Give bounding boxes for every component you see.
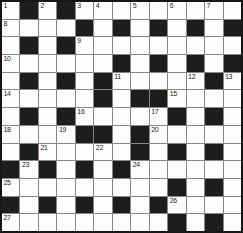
grid-cell[interactable] (113, 37, 130, 54)
clue-number: 17 (151, 108, 158, 116)
grid-cell[interactable] (150, 144, 167, 161)
black-square (94, 126, 111, 143)
grid-cell[interactable] (224, 2, 241, 19)
black-square (150, 90, 167, 107)
grid-cell[interactable] (224, 90, 241, 107)
clue-number: 26 (170, 197, 177, 205)
black-square (20, 2, 37, 19)
grid-cell[interactable]: 8 (2, 20, 19, 37)
grid-cell[interactable] (113, 108, 130, 125)
grid-cell[interactable] (2, 37, 19, 54)
clue-number: 1 (4, 2, 8, 10)
grid-cell[interactable] (39, 20, 56, 37)
clue-number: 3 (77, 2, 81, 10)
grid-cell[interactable] (76, 55, 93, 72)
grid-cell[interactable] (131, 73, 148, 90)
clue-number: 6 (170, 2, 174, 10)
clue-number: 7 (207, 2, 211, 10)
grid-cell[interactable]: 18 (2, 126, 19, 143)
black-square (113, 161, 130, 178)
grid-cell[interactable] (150, 73, 167, 90)
grid-cell[interactable] (131, 37, 148, 54)
black-square (57, 2, 74, 19)
black-square (187, 55, 204, 72)
grid-cell[interactable] (113, 90, 130, 107)
grid-cell[interactable] (131, 179, 148, 196)
grid-cell[interactable] (57, 179, 74, 196)
grid-cell[interactable] (113, 126, 130, 143)
grid-cell[interactable] (76, 214, 93, 231)
black-square (76, 161, 93, 178)
grid-cell[interactable] (39, 55, 56, 72)
grid-cell[interactable]: 20 (150, 126, 167, 143)
grid-cell[interactable] (168, 20, 185, 37)
clue-number: 19 (59, 126, 66, 134)
grid-cell[interactable]: 9 (76, 37, 93, 54)
grid-cell[interactable] (187, 2, 204, 19)
clue-number: 22 (96, 144, 103, 152)
grid-cell[interactable]: 21 (39, 144, 56, 161)
black-square (205, 108, 222, 125)
black-square (224, 20, 241, 37)
grid-cell[interactable] (187, 126, 204, 143)
grid-cell[interactable]: 6 (168, 2, 185, 19)
grid-cell[interactable] (224, 108, 241, 125)
grid-cell[interactable]: 23 (20, 161, 37, 178)
grid-cell[interactable] (76, 179, 93, 196)
grid-cell[interactable] (168, 73, 185, 90)
grid-cell[interactable]: 27 (2, 214, 19, 231)
clue-number: 13 (225, 73, 232, 81)
grid-cell[interactable] (113, 2, 130, 19)
grid-cell[interactable] (57, 90, 74, 107)
grid-cell[interactable]: 22 (94, 144, 111, 161)
grid-cell[interactable] (20, 20, 37, 37)
clue-number: 18 (4, 126, 11, 134)
clue-number: 5 (133, 2, 137, 10)
black-square (76, 20, 93, 37)
grid-cell[interactable] (39, 108, 56, 125)
black-square (113, 197, 130, 214)
grid-cell[interactable]: 7 (205, 2, 222, 19)
black-square (39, 197, 56, 214)
grid-cell[interactable] (39, 179, 56, 196)
grid-cell[interactable]: 15 (168, 90, 185, 107)
grid-cell[interactable] (187, 161, 204, 178)
grid-cell[interactable] (205, 161, 222, 178)
grid-cell[interactable]: 24 (131, 161, 148, 178)
grid-cell[interactable] (187, 37, 204, 54)
grid-cell[interactable] (20, 179, 37, 196)
grid-cell[interactable] (150, 214, 167, 231)
clue-number: 27 (4, 214, 11, 222)
grid-cell[interactable] (94, 179, 111, 196)
grid-cell[interactable] (187, 144, 204, 161)
grid-cell[interactable]: 2 (39, 2, 56, 19)
grid-cell[interactable] (20, 214, 37, 231)
grid-cell[interactable] (57, 161, 74, 178)
grid-cell[interactable] (187, 179, 204, 196)
black-square (20, 73, 37, 90)
black-square (168, 214, 185, 231)
grid-cell[interactable] (94, 108, 111, 125)
grid-cell[interactable]: 1 (2, 2, 19, 19)
black-square (205, 73, 222, 90)
grid-cell[interactable] (205, 55, 222, 72)
grid-cell[interactable] (20, 126, 37, 143)
grid-cell[interactable]: 4 (94, 2, 111, 19)
grid-cell[interactable] (2, 108, 19, 125)
grid-cell[interactable] (20, 90, 37, 107)
clue-number: 2 (40, 2, 44, 10)
black-square (224, 55, 241, 72)
grid-cell[interactable]: 19 (57, 126, 74, 143)
grid-cell[interactable] (150, 161, 167, 178)
grid-cell[interactable] (76, 90, 93, 107)
grid-cell[interactable] (187, 214, 204, 231)
grid-cell[interactable] (150, 2, 167, 19)
clue-number: 10 (4, 55, 11, 63)
black-square (2, 161, 19, 178)
black-square (168, 144, 185, 161)
black-square (20, 108, 37, 125)
clue-number: 20 (151, 126, 158, 134)
black-square (205, 144, 222, 161)
black-square (168, 179, 185, 196)
grid-cell[interactable]: 5 (131, 2, 148, 19)
clue-number: 24 (133, 161, 140, 169)
grid-cell[interactable] (94, 20, 111, 37)
grid-cell[interactable]: 14 (2, 90, 19, 107)
black-square (20, 37, 37, 54)
black-square (131, 126, 148, 143)
grid-cell[interactable] (20, 55, 37, 72)
grid-cell[interactable] (131, 55, 148, 72)
grid-cell[interactable] (20, 197, 37, 214)
grid-cell[interactable] (94, 214, 111, 231)
grid-cell[interactable] (205, 37, 222, 54)
grid-cell[interactable] (224, 161, 241, 178)
grid-cell[interactable]: 3 (76, 2, 93, 19)
grid-cell[interactable] (94, 55, 111, 72)
clue-number: 15 (170, 90, 177, 98)
grid-cell[interactable] (113, 214, 130, 231)
black-square (76, 126, 93, 143)
grid-cell[interactable] (187, 197, 204, 214)
black-square (76, 197, 93, 214)
grid-cell[interactable] (131, 197, 148, 214)
grid-cell[interactable]: 17 (150, 108, 167, 125)
grid-cell[interactable] (224, 179, 241, 196)
grid-cell[interactable] (168, 55, 185, 72)
grid-cell[interactable] (168, 126, 185, 143)
grid-cell[interactable] (2, 73, 19, 90)
grid-cell[interactable] (39, 214, 56, 231)
grid-cell[interactable] (224, 197, 241, 214)
grid-cell[interactable] (57, 55, 74, 72)
grid-cell[interactable] (224, 144, 241, 161)
grid-cell[interactable] (57, 20, 74, 37)
grid-cell[interactable] (168, 37, 185, 54)
black-square (168, 108, 185, 125)
grid-cell[interactable] (205, 20, 222, 37)
grid-cell[interactable] (57, 144, 74, 161)
grid-cell[interactable]: 10 (2, 55, 19, 72)
crossword-grid: 1234567891011121314151617181920212223242… (0, 0, 243, 233)
black-square (131, 144, 148, 161)
grid-cell[interactable] (57, 197, 74, 214)
grid-cell[interactable] (150, 179, 167, 196)
black-square (150, 197, 167, 214)
clue-number: 23 (22, 161, 29, 169)
grid-cell[interactable]: 25 (2, 179, 19, 196)
grid-cell[interactable] (131, 214, 148, 231)
grid-cell[interactable] (39, 90, 56, 107)
black-square (131, 90, 148, 107)
grid-cell[interactable] (168, 161, 185, 178)
black-square (94, 90, 111, 107)
grid-cell[interactable] (131, 108, 148, 125)
grid-cell[interactable] (39, 37, 56, 54)
grid-cell[interactable] (39, 73, 56, 90)
black-square (205, 214, 222, 231)
clue-number: 12 (188, 73, 195, 81)
clue-number: 25 (4, 179, 11, 187)
grid-cell[interactable]: 16 (76, 108, 93, 125)
black-square (205, 179, 222, 196)
grid-cell[interactable] (113, 179, 130, 196)
grid-cell[interactable] (224, 214, 241, 231)
black-square (94, 73, 111, 90)
clue-number: 4 (96, 2, 100, 10)
grid-cell[interactable] (131, 20, 148, 37)
black-square (57, 108, 74, 125)
grid-cell[interactable] (150, 37, 167, 54)
grid-cell[interactable] (76, 144, 93, 161)
clue-number: 8 (4, 20, 8, 28)
black-square (57, 73, 74, 90)
grid-cell[interactable] (76, 73, 93, 90)
black-square (150, 55, 167, 72)
grid-cell[interactable]: 11 (113, 73, 130, 90)
grid-cell[interactable] (2, 144, 19, 161)
grid-cell[interactable] (205, 197, 222, 214)
clue-number: 11 (114, 73, 121, 81)
clue-number: 21 (40, 144, 47, 152)
black-square (20, 144, 37, 161)
grid-cell[interactable] (205, 126, 222, 143)
grid-cell[interactable] (113, 144, 130, 161)
grid-cell[interactable]: 13 (224, 73, 241, 90)
grid-cell[interactable] (187, 90, 204, 107)
grid-cell[interactable] (94, 197, 111, 214)
black-square (2, 197, 19, 214)
black-square (57, 37, 74, 54)
grid-cell[interactable] (94, 37, 111, 54)
grid-cell[interactable] (187, 108, 204, 125)
clue-number: 14 (4, 90, 11, 98)
grid-cell[interactable]: 26 (168, 197, 185, 214)
grid-cell[interactable] (224, 37, 241, 54)
black-square (150, 20, 167, 37)
grid-cell[interactable] (39, 126, 56, 143)
grid-cell[interactable] (57, 214, 74, 231)
clue-number: 9 (77, 37, 81, 45)
black-square (113, 20, 130, 37)
grid-cell[interactable]: 12 (187, 73, 204, 90)
black-square (39, 161, 56, 178)
clue-number: 16 (77, 108, 84, 116)
black-square (113, 55, 130, 72)
black-square (187, 20, 204, 37)
grid-cell[interactable] (205, 90, 222, 107)
grid-cell[interactable] (94, 161, 111, 178)
grid-cell[interactable] (224, 126, 241, 143)
